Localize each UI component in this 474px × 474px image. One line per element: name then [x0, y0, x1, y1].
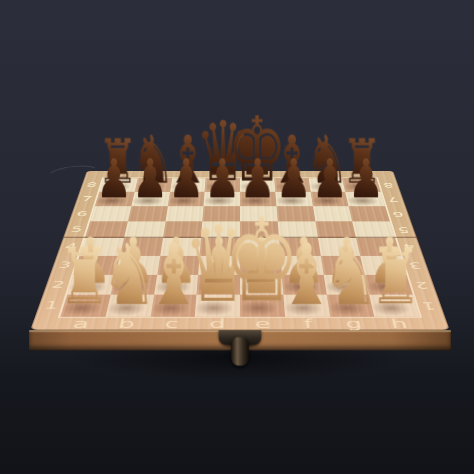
- square-a7: ♟: [95, 192, 135, 206]
- file-labels-front: abcdefgh: [56, 317, 423, 330]
- piece-black-pawn-c7: ♟: [168, 152, 204, 206]
- file-label-b: b: [102, 317, 150, 330]
- square-h7: ♟: [345, 192, 385, 206]
- clasp-knob-icon: [231, 337, 249, 365]
- piece-black-pawn-b7: ♟: [132, 152, 168, 206]
- file-label-a: a: [56, 317, 105, 330]
- box-front-edge: [29, 330, 451, 350]
- file-label-c: c: [148, 317, 195, 330]
- file-label-d: d: [194, 317, 240, 330]
- file-label-f: f: [285, 317, 332, 330]
- file-label-h: h: [375, 317, 424, 330]
- squares-grid: ♜♞♝♛♚♝♞♜♟♟♟♟♟♟♟♟♟♟♟♟♟♟♟♟♜♞♝♛♚♝♞♜: [60, 178, 419, 316]
- piece-white-rook-h1: ♜: [369, 238, 421, 316]
- scene: abcdefgh8765432187654321♜♞♝♛♚♝♞♜♟♟♟♟♟♟♟♟…: [0, 0, 474, 474]
- square-g1: ♞: [326, 295, 374, 317]
- square-g6: [313, 206, 353, 221]
- square-a6: [90, 206, 131, 221]
- square-h6: [349, 206, 390, 221]
- square-b6: [128, 206, 168, 221]
- file-label-e: e: [240, 317, 286, 330]
- square-h1: ♜: [370, 295, 420, 317]
- square-b7: ♟: [131, 192, 170, 206]
- file-label-g: g: [330, 317, 378, 330]
- piece-black-pawn-g7: ♟: [312, 152, 348, 206]
- piece-black-pawn-h7: ♟: [348, 152, 384, 206]
- square-g7: ♟: [310, 192, 349, 206]
- piece-black-pawn-a7: ♟: [96, 152, 132, 206]
- chess-board: abcdefgh8765432187654321♜♞♝♛♚♝♞♜♟♟♟♟♟♟♟♟…: [30, 171, 449, 330]
